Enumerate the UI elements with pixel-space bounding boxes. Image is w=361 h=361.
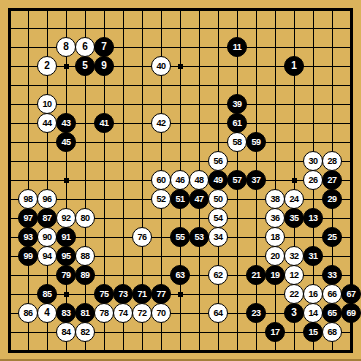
stone-black-5[interactable]: 5 bbox=[75, 56, 95, 76]
star-point bbox=[64, 292, 69, 297]
stone-black-67[interactable]: 67 bbox=[341, 284, 361, 304]
stone-black-89[interactable]: 89 bbox=[75, 265, 95, 285]
stone-black-33[interactable]: 33 bbox=[322, 265, 342, 285]
stone-white-44[interactable]: 44 bbox=[37, 113, 57, 133]
stone-white-10[interactable]: 10 bbox=[37, 94, 57, 114]
stone-black-19[interactable]: 19 bbox=[265, 265, 285, 285]
stone-black-3[interactable]: 3 bbox=[284, 303, 304, 323]
stone-black-71[interactable]: 71 bbox=[132, 284, 152, 304]
stone-white-14[interactable]: 14 bbox=[303, 303, 323, 323]
stone-white-42[interactable]: 42 bbox=[151, 113, 171, 133]
stone-white-6[interactable]: 6 bbox=[75, 37, 95, 57]
stone-white-92[interactable]: 92 bbox=[56, 208, 76, 228]
stone-black-91[interactable]: 91 bbox=[56, 227, 76, 247]
stone-black-55[interactable]: 55 bbox=[170, 227, 190, 247]
stone-white-36[interactable]: 36 bbox=[265, 208, 285, 228]
star-point bbox=[178, 292, 183, 297]
go-board[interactable]: 1234567891011121314151617181920212223242… bbox=[0, 0, 361, 361]
stone-black-17[interactable]: 17 bbox=[265, 322, 285, 342]
stone-black-9[interactable]: 9 bbox=[94, 56, 114, 76]
star-point bbox=[64, 178, 69, 183]
stone-black-53[interactable]: 53 bbox=[189, 227, 209, 247]
stone-white-58[interactable]: 58 bbox=[227, 132, 247, 152]
stone-black-1[interactable]: 1 bbox=[284, 56, 304, 76]
stone-white-32[interactable]: 32 bbox=[284, 246, 304, 266]
stone-white-26[interactable]: 26 bbox=[303, 170, 323, 190]
stone-white-62[interactable]: 62 bbox=[208, 265, 228, 285]
stone-white-2[interactable]: 2 bbox=[37, 56, 57, 76]
stone-black-97[interactable]: 97 bbox=[18, 208, 38, 228]
stone-white-96[interactable]: 96 bbox=[37, 189, 57, 209]
stone-white-84[interactable]: 84 bbox=[56, 322, 76, 342]
star-point bbox=[292, 178, 297, 183]
stone-black-15[interactable]: 15 bbox=[303, 322, 323, 342]
stone-black-69[interactable]: 69 bbox=[341, 303, 361, 323]
stone-black-61[interactable]: 61 bbox=[227, 113, 247, 133]
stone-black-63[interactable]: 63 bbox=[170, 265, 190, 285]
stone-white-80[interactable]: 80 bbox=[75, 208, 95, 228]
stone-white-4[interactable]: 4 bbox=[37, 303, 57, 323]
stone-white-46[interactable]: 46 bbox=[170, 170, 190, 190]
stone-white-18[interactable]: 18 bbox=[265, 227, 285, 247]
star-point bbox=[64, 64, 69, 69]
stone-white-68[interactable]: 68 bbox=[322, 322, 342, 342]
stone-white-20[interactable]: 20 bbox=[265, 246, 285, 266]
stone-black-57[interactable]: 57 bbox=[227, 170, 247, 190]
stone-black-25[interactable]: 25 bbox=[322, 227, 342, 247]
stone-black-49[interactable]: 49 bbox=[208, 170, 228, 190]
stone-black-39[interactable]: 39 bbox=[227, 94, 247, 114]
stone-white-76[interactable]: 76 bbox=[132, 227, 152, 247]
stone-black-13[interactable]: 13 bbox=[303, 208, 323, 228]
stone-black-95[interactable]: 95 bbox=[56, 246, 76, 266]
stone-white-34[interactable]: 34 bbox=[208, 227, 228, 247]
stone-black-83[interactable]: 83 bbox=[56, 303, 76, 323]
stone-black-73[interactable]: 73 bbox=[113, 284, 133, 304]
stone-white-16[interactable]: 16 bbox=[303, 284, 323, 304]
stone-black-29[interactable]: 29 bbox=[322, 189, 342, 209]
stone-white-88[interactable]: 88 bbox=[75, 246, 95, 266]
stone-black-27[interactable]: 27 bbox=[322, 170, 342, 190]
stone-black-93[interactable]: 93 bbox=[18, 227, 38, 247]
stone-white-60[interactable]: 60 bbox=[151, 170, 171, 190]
stone-black-65[interactable]: 65 bbox=[322, 303, 342, 323]
stone-black-23[interactable]: 23 bbox=[246, 303, 266, 323]
stone-white-38[interactable]: 38 bbox=[265, 189, 285, 209]
stone-white-72[interactable]: 72 bbox=[132, 303, 152, 323]
stone-white-86[interactable]: 86 bbox=[18, 303, 38, 323]
stone-black-37[interactable]: 37 bbox=[246, 170, 266, 190]
stone-black-59[interactable]: 59 bbox=[246, 132, 266, 152]
stone-black-77[interactable]: 77 bbox=[151, 284, 171, 304]
stone-black-35[interactable]: 35 bbox=[284, 208, 304, 228]
stone-white-48[interactable]: 48 bbox=[189, 170, 209, 190]
grid-line-vertical bbox=[275, 8, 276, 353]
stone-white-70[interactable]: 70 bbox=[151, 303, 171, 323]
stone-white-90[interactable]: 90 bbox=[37, 227, 57, 247]
stone-black-45[interactable]: 45 bbox=[56, 132, 76, 152]
stone-black-99[interactable]: 99 bbox=[18, 246, 38, 266]
stone-white-56[interactable]: 56 bbox=[208, 151, 228, 171]
stone-white-66[interactable]: 66 bbox=[322, 284, 342, 304]
stone-white-28[interactable]: 28 bbox=[322, 151, 342, 171]
stone-black-7[interactable]: 7 bbox=[94, 37, 114, 57]
stone-white-22[interactable]: 22 bbox=[284, 284, 304, 304]
stone-white-74[interactable]: 74 bbox=[113, 303, 133, 323]
stone-black-31[interactable]: 31 bbox=[303, 246, 323, 266]
stone-white-30[interactable]: 30 bbox=[303, 151, 323, 171]
stone-white-8[interactable]: 8 bbox=[56, 37, 76, 57]
stone-black-87[interactable]: 87 bbox=[37, 208, 57, 228]
stone-black-43[interactable]: 43 bbox=[56, 113, 76, 133]
star-point bbox=[178, 64, 183, 69]
stone-white-54[interactable]: 54 bbox=[208, 208, 228, 228]
stone-white-40[interactable]: 40 bbox=[151, 56, 171, 76]
stone-white-94[interactable]: 94 bbox=[37, 246, 57, 266]
stone-black-81[interactable]: 81 bbox=[75, 303, 95, 323]
stone-white-64[interactable]: 64 bbox=[208, 303, 228, 323]
stone-black-85[interactable]: 85 bbox=[37, 284, 57, 304]
stone-white-78[interactable]: 78 bbox=[94, 303, 114, 323]
stone-black-51[interactable]: 51 bbox=[170, 189, 190, 209]
stone-white-50[interactable]: 50 bbox=[208, 189, 228, 209]
stone-black-11[interactable]: 11 bbox=[227, 37, 247, 57]
stone-black-21[interactable]: 21 bbox=[246, 265, 266, 285]
stone-white-24[interactable]: 24 bbox=[284, 189, 304, 209]
grid-line-horizontal bbox=[8, 350, 353, 353]
stone-black-41[interactable]: 41 bbox=[94, 113, 114, 133]
stone-black-47[interactable]: 47 bbox=[189, 189, 209, 209]
stone-white-52[interactable]: 52 bbox=[151, 189, 171, 209]
stone-white-98[interactable]: 98 bbox=[18, 189, 38, 209]
stone-white-82[interactable]: 82 bbox=[75, 322, 95, 342]
stone-white-12[interactable]: 12 bbox=[284, 265, 304, 285]
stone-black-75[interactable]: 75 bbox=[94, 284, 114, 304]
stone-black-79[interactable]: 79 bbox=[56, 265, 76, 285]
